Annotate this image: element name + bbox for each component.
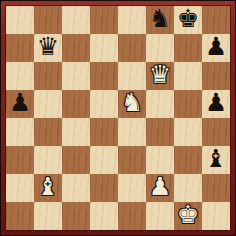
square-f5[interactable] (146, 90, 174, 118)
white-pawn-piece[interactable]: ♟ (149, 173, 171, 201)
square-f2[interactable]: ♟ (146, 174, 174, 202)
square-h7[interactable]: ♟ (202, 34, 230, 62)
black-pawn-piece[interactable]: ♟ (9, 89, 31, 117)
square-b1[interactable] (34, 202, 62, 230)
square-h8[interactable] (202, 6, 230, 34)
square-f6[interactable]: ♛ (146, 62, 174, 90)
square-g1[interactable]: ♚ (174, 202, 202, 230)
chess-board: ♞♚♛♟♛♟♞♟♝♝♟♚ (6, 6, 230, 230)
square-g7[interactable] (174, 34, 202, 62)
square-e1[interactable] (118, 202, 146, 230)
square-h2[interactable] (202, 174, 230, 202)
black-knight-piece[interactable]: ♞ (149, 5, 171, 33)
square-d4[interactable] (90, 118, 118, 146)
square-g2[interactable] (174, 174, 202, 202)
square-b4[interactable] (34, 118, 62, 146)
square-f7[interactable] (146, 34, 174, 62)
square-c4[interactable] (62, 118, 90, 146)
white-bishop-piece[interactable]: ♝ (37, 173, 59, 201)
square-f1[interactable] (146, 202, 174, 230)
square-a3[interactable] (6, 146, 34, 174)
square-d1[interactable] (90, 202, 118, 230)
square-d7[interactable] (90, 34, 118, 62)
square-e3[interactable] (118, 146, 146, 174)
square-a2[interactable] (6, 174, 34, 202)
square-f3[interactable] (146, 146, 174, 174)
square-h1[interactable] (202, 202, 230, 230)
square-c6[interactable] (62, 62, 90, 90)
square-h4[interactable] (202, 118, 230, 146)
square-b5[interactable] (34, 90, 62, 118)
square-c8[interactable] (62, 6, 90, 34)
square-f4[interactable] (146, 118, 174, 146)
board-frame: ♞♚♛♟♛♟♞♟♝♝♟♚ (0, 0, 236, 236)
square-e2[interactable] (118, 174, 146, 202)
square-c1[interactable] (62, 202, 90, 230)
square-e7[interactable] (118, 34, 146, 62)
square-b6[interactable] (34, 62, 62, 90)
square-a5[interactable]: ♟ (6, 90, 34, 118)
white-king-piece[interactable]: ♚ (177, 201, 199, 229)
square-e4[interactable] (118, 118, 146, 146)
square-e6[interactable] (118, 62, 146, 90)
square-d2[interactable] (90, 174, 118, 202)
square-b3[interactable] (34, 146, 62, 174)
square-a4[interactable] (6, 118, 34, 146)
white-queen-piece[interactable]: ♛ (149, 61, 171, 89)
square-g3[interactable] (174, 146, 202, 174)
black-queen-piece[interactable]: ♛ (37, 33, 59, 61)
square-b2[interactable]: ♝ (34, 174, 62, 202)
white-knight-piece[interactable]: ♞ (121, 89, 143, 117)
square-d5[interactable] (90, 90, 118, 118)
black-pawn-piece[interactable]: ♟ (205, 89, 227, 117)
square-b8[interactable] (34, 6, 62, 34)
square-c7[interactable] (62, 34, 90, 62)
square-a7[interactable] (6, 34, 34, 62)
square-a8[interactable] (6, 6, 34, 34)
black-pawn-piece[interactable]: ♟ (205, 33, 227, 61)
black-king-piece[interactable]: ♚ (177, 5, 199, 33)
square-c5[interactable] (62, 90, 90, 118)
square-h3[interactable]: ♝ (202, 146, 230, 174)
square-a6[interactable] (6, 62, 34, 90)
square-d8[interactable] (90, 6, 118, 34)
square-g5[interactable] (174, 90, 202, 118)
square-h5[interactable]: ♟ (202, 90, 230, 118)
square-f8[interactable]: ♞ (146, 6, 174, 34)
square-h6[interactable] (202, 62, 230, 90)
square-a1[interactable] (6, 202, 34, 230)
black-bishop-piece[interactable]: ♝ (205, 145, 227, 173)
square-d3[interactable] (90, 146, 118, 174)
square-g4[interactable] (174, 118, 202, 146)
square-g6[interactable] (174, 62, 202, 90)
square-d6[interactable] (90, 62, 118, 90)
square-c3[interactable] (62, 146, 90, 174)
square-b7[interactable]: ♛ (34, 34, 62, 62)
square-g8[interactable]: ♚ (174, 6, 202, 34)
square-e8[interactable] (118, 6, 146, 34)
square-c2[interactable] (62, 174, 90, 202)
square-e5[interactable]: ♞ (118, 90, 146, 118)
